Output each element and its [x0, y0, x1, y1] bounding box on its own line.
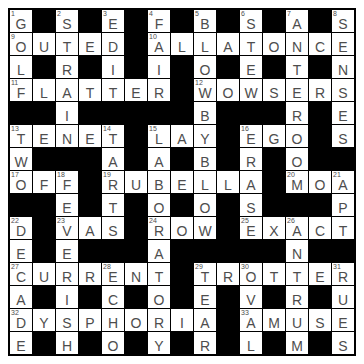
- cell-letter: U: [332, 293, 354, 307]
- cell-r14c12[interactable]: M: [286, 332, 308, 354]
- cell-r8c14[interactable]: P: [332, 194, 354, 216]
- cell-r5c11[interactable]: G: [263, 125, 285, 147]
- cell-letter: E: [102, 17, 124, 31]
- cell-letter: T: [263, 270, 285, 284]
- cell-letter: T: [286, 270, 308, 284]
- cell-letter: U: [33, 270, 55, 284]
- cell-r1c14[interactable]: E: [332, 33, 354, 55]
- cell-letter: O: [286, 132, 308, 146]
- cell-letter: B: [194, 155, 216, 169]
- cell-r5c8[interactable]: Y: [194, 125, 216, 147]
- cell-r1c7[interactable]: L: [171, 33, 193, 55]
- cell-r1c2[interactable]: T: [56, 33, 78, 55]
- cell-r11c4[interactable]: 28E: [102, 263, 124, 285]
- block-cell-r8c12: [286, 194, 308, 216]
- cell-r9c7[interactable]: O: [171, 217, 193, 239]
- cell-letter: C: [10, 270, 32, 284]
- cell-r3c5[interactable]: E: [125, 79, 147, 101]
- cell-letter: A: [10, 293, 32, 307]
- block-cell-r0c11: [263, 10, 285, 32]
- cell-r2c12[interactable]: T: [286, 56, 308, 78]
- cell-r11c0[interactable]: 27C: [10, 263, 32, 285]
- cell-letter: U: [125, 178, 147, 192]
- cell-r11c5[interactable]: N: [125, 263, 147, 285]
- cell-r9c13[interactable]: C: [309, 217, 331, 239]
- block-cell-r10c9: [217, 240, 239, 262]
- block-cell-r2c1: [33, 56, 55, 78]
- cell-letter: S: [102, 224, 124, 238]
- block-cell-r1c5: [125, 33, 147, 55]
- block-cell-r14c13: [309, 332, 331, 354]
- cell-r9c12[interactable]: 26A: [286, 217, 308, 239]
- cell-r3c8[interactable]: 12W: [194, 79, 216, 101]
- block-cell-r6c7: [171, 148, 193, 170]
- block-cell-r14c5: [125, 332, 147, 354]
- cell-letter: I: [148, 63, 170, 77]
- block-cell-r4c6: [148, 102, 170, 124]
- cell-r13c0[interactable]: 32D: [10, 309, 32, 331]
- block-cell-r4c9: [217, 102, 239, 124]
- block-cell-r14c3: [79, 332, 101, 354]
- block-cell-r2c3: [79, 56, 101, 78]
- cell-r3c4[interactable]: T: [102, 79, 124, 101]
- cell-letter: S: [56, 316, 78, 330]
- block-cell-r2c11: [263, 56, 285, 78]
- cell-letter: P: [332, 201, 354, 215]
- cell-r4c12[interactable]: R: [286, 102, 308, 124]
- cell-letter: R: [286, 293, 308, 307]
- cell-letter: S: [263, 86, 285, 100]
- block-cell-r6c14: [332, 148, 354, 170]
- cell-r11c14[interactable]: 31R: [332, 263, 354, 285]
- block-cell-r14c7: [171, 332, 193, 354]
- cell-r9c11[interactable]: X: [263, 217, 285, 239]
- block-cell-r8c1: [33, 194, 55, 216]
- cell-r13c2[interactable]: S: [56, 309, 78, 331]
- cell-letter: R: [240, 155, 262, 169]
- cell-r6c0[interactable]: W: [10, 148, 32, 170]
- block-cell-r0c13: [309, 10, 331, 32]
- cell-r5c7[interactable]: A: [171, 125, 193, 147]
- cell-letter: I: [56, 293, 78, 307]
- cell-r1c11[interactable]: O: [263, 33, 285, 55]
- cell-r0c2[interactable]: 2S: [56, 10, 78, 32]
- block-cell-r6c2: [56, 148, 78, 170]
- cell-letter: A: [148, 247, 170, 261]
- cell-letter: T: [56, 40, 78, 54]
- cell-letter: A: [240, 178, 262, 192]
- cell-letter: M: [286, 178, 308, 192]
- cell-r8c2[interactable]: E: [56, 194, 78, 216]
- cell-r4c14[interactable]: E: [332, 102, 354, 124]
- cell-letter: T: [240, 40, 262, 54]
- cell-r11c3[interactable]: R: [79, 263, 101, 285]
- cell-r3c0[interactable]: 11F: [10, 79, 32, 101]
- cell-r5c4[interactable]: 14T: [102, 125, 124, 147]
- cell-letter: E: [171, 178, 193, 192]
- cell-letter: R: [332, 270, 354, 284]
- cell-letter: G: [263, 132, 285, 146]
- cell-letter: N: [286, 40, 308, 54]
- cell-r1c6[interactable]: 10A: [148, 33, 170, 55]
- cell-r13c5[interactable]: O: [125, 309, 147, 331]
- cell-r0c12[interactable]: 7A: [286, 10, 308, 32]
- cell-r1c1[interactable]: U: [33, 33, 55, 55]
- cell-letter: E: [125, 86, 147, 100]
- cell-letter: S: [332, 86, 354, 100]
- cell-r1c4[interactable]: D: [102, 33, 124, 55]
- cell-r13c14[interactable]: E: [332, 309, 354, 331]
- cell-r13c8[interactable]: A: [194, 309, 216, 331]
- cell-r13c12[interactable]: U: [286, 309, 308, 331]
- cell-r2c10[interactable]: E: [240, 56, 262, 78]
- cell-r7c5[interactable]: U: [125, 171, 147, 193]
- cell-r10c6[interactable]: A: [148, 240, 170, 262]
- cell-letter: N: [286, 247, 308, 261]
- cell-r5c2[interactable]: N: [56, 125, 78, 147]
- cell-r7c2[interactable]: 18F: [56, 171, 78, 193]
- cell-r11c13[interactable]: E: [309, 263, 331, 285]
- cell-r8c8[interactable]: O: [194, 194, 216, 216]
- cell-r11c12[interactable]: T: [286, 263, 308, 285]
- cell-letter: E: [102, 270, 124, 284]
- block-cell-r5c5: [125, 125, 147, 147]
- cell-r6c10[interactable]: R: [240, 148, 262, 170]
- cell-letter: R: [102, 178, 124, 192]
- block-cell-r12c1: [33, 286, 55, 308]
- cell-r12c6[interactable]: O: [148, 286, 170, 308]
- cell-r6c6[interactable]: A: [148, 148, 170, 170]
- cell-letter: C: [309, 40, 331, 54]
- cell-r7c0[interactable]: 17O: [10, 171, 32, 193]
- cell-letter: R: [217, 270, 239, 284]
- cell-r0c6[interactable]: 4F: [148, 10, 170, 32]
- block-cell-r10c4: [102, 240, 124, 262]
- cell-letter: L: [194, 178, 216, 192]
- cell-letter: E: [309, 270, 331, 284]
- cell-r5c3[interactable]: E: [79, 125, 101, 147]
- cell-r1c13[interactable]: C: [309, 33, 331, 55]
- cell-r13c10[interactable]: 33A: [240, 309, 262, 331]
- cell-r0c0[interactable]: 1G: [10, 10, 32, 32]
- cell-r10c12[interactable]: N: [286, 240, 308, 262]
- cell-letter: E: [56, 247, 78, 261]
- cell-letter: I: [102, 63, 124, 77]
- cell-r3c12[interactable]: E: [286, 79, 308, 101]
- block-cell-r9c5: [125, 217, 147, 239]
- cell-r9c0[interactable]: 22D: [10, 217, 32, 239]
- cell-letter: O: [148, 293, 170, 307]
- cell-r0c10[interactable]: 6S: [240, 10, 262, 32]
- cell-r7c12[interactable]: 20M: [286, 171, 308, 193]
- cell-letter: O: [263, 40, 285, 54]
- block-cell-r6c1: [33, 148, 55, 170]
- cell-letter: O: [125, 316, 147, 330]
- cell-letter: H: [102, 316, 124, 330]
- cell-r7c8[interactable]: L: [194, 171, 216, 193]
- block-cell-r10c7: [171, 240, 193, 262]
- block-cell-r10c5: [125, 240, 147, 262]
- block-cell-r8c9: [217, 194, 239, 216]
- block-cell-r12c5: [125, 286, 147, 308]
- cell-r5c6[interactable]: 15L: [148, 125, 170, 147]
- cell-r11c11[interactable]: T: [263, 263, 285, 285]
- cell-r5c0[interactable]: 13T: [10, 125, 32, 147]
- cell-r7c13[interactable]: O: [309, 171, 331, 193]
- cell-r9c8[interactable]: W: [194, 217, 216, 239]
- cell-letter: A: [102, 155, 124, 169]
- cell-letter: T: [79, 86, 101, 100]
- cell-letter: P: [79, 316, 101, 330]
- cell-r9c3[interactable]: A: [79, 217, 101, 239]
- cell-r7c7[interactable]: E: [171, 171, 193, 193]
- cell-r12c4[interactable]: C: [102, 286, 124, 308]
- cell-letter: O: [309, 178, 331, 192]
- cell-r3c2[interactable]: A: [56, 79, 78, 101]
- cell-letter: Y: [33, 316, 55, 330]
- cell-letter: B: [194, 109, 216, 123]
- cell-letter: D: [102, 40, 124, 54]
- cell-letter: E: [10, 339, 32, 353]
- cell-r3c10[interactable]: W: [240, 79, 262, 101]
- cell-r3c13[interactable]: R: [309, 79, 331, 101]
- cell-letter: A: [148, 155, 170, 169]
- cell-letter: E: [240, 63, 262, 77]
- cell-r7c1[interactable]: F: [33, 171, 55, 193]
- cell-r14c8[interactable]: R: [194, 332, 216, 354]
- cell-letter: E: [10, 247, 32, 261]
- block-cell-r4c11: [263, 102, 285, 124]
- block-cell-r6c3: [79, 148, 101, 170]
- cell-letter: Y: [194, 132, 216, 146]
- cell-r12c0[interactable]: A: [10, 286, 32, 308]
- cell-r10c2[interactable]: E: [56, 240, 78, 262]
- cell-r13c3[interactable]: P: [79, 309, 101, 331]
- cell-r14c6[interactable]: Y: [148, 332, 170, 354]
- cell-r2c4[interactable]: I: [102, 56, 124, 78]
- cell-letter: D: [10, 224, 32, 238]
- block-cell-r8c3: [79, 194, 101, 216]
- cell-letter: U: [286, 316, 308, 330]
- cell-r13c7[interactable]: I: [171, 309, 193, 331]
- block-cell-r10c13: [309, 240, 331, 262]
- cell-r11c1[interactable]: U: [33, 263, 55, 285]
- cell-letter: O: [217, 86, 239, 100]
- cell-letter: U: [33, 40, 55, 54]
- block-cell-r11c7: [171, 263, 193, 285]
- cell-letter: S: [240, 17, 262, 31]
- cell-letter: O: [240, 270, 262, 284]
- cell-letter: R: [56, 270, 78, 284]
- cell-letter: T: [102, 132, 124, 146]
- cell-letter: L: [194, 40, 216, 54]
- cell-r14c2[interactable]: H: [56, 332, 78, 354]
- cell-letter: I: [56, 109, 78, 123]
- cell-r12c2[interactable]: I: [56, 286, 78, 308]
- cell-r13c6[interactable]: R: [148, 309, 170, 331]
- crossword-grid: 1G2S3E4F5B6S7A8S9OUTED10ALLATONCELRIIOET…: [8, 8, 356, 356]
- cell-letter: F: [56, 178, 78, 192]
- block-cell-r12c11: [263, 286, 285, 308]
- cell-r12c12[interactable]: R: [286, 286, 308, 308]
- cell-letter: A: [171, 132, 193, 146]
- cell-r11c6[interactable]: T: [148, 263, 170, 285]
- block-cell-r5c9: [217, 125, 239, 147]
- cell-letter: L: [240, 339, 262, 353]
- block-cell-r2c9: [217, 56, 239, 78]
- block-cell-r2c5: [125, 56, 147, 78]
- cell-r7c6[interactable]: B: [148, 171, 170, 193]
- block-cell-r10c3: [79, 240, 101, 262]
- cell-letter: O: [171, 224, 193, 238]
- cell-letter: N: [125, 270, 147, 284]
- cell-r11c2[interactable]: R: [56, 263, 78, 285]
- block-cell-r6c5: [125, 148, 147, 170]
- block-cell-r8c5: [125, 194, 147, 216]
- block-cell-r14c11: [263, 332, 285, 354]
- cell-r2c0[interactable]: L: [10, 56, 32, 78]
- cell-r3c3[interactable]: T: [79, 79, 101, 101]
- cell-r4c2[interactable]: I: [56, 102, 78, 124]
- cell-letter: E: [332, 40, 354, 54]
- block-cell-r13c9: [217, 309, 239, 331]
- cell-r1c12[interactable]: N: [286, 33, 308, 55]
- block-cell-r4c1: [33, 102, 55, 124]
- cell-letter: B: [148, 178, 170, 192]
- cell-r2c8[interactable]: O: [194, 56, 216, 78]
- cell-letter: F: [33, 178, 55, 192]
- cell-letter: E: [332, 316, 354, 330]
- cell-r13c4[interactable]: H: [102, 309, 124, 331]
- cell-r0c8[interactable]: 5B: [194, 10, 216, 32]
- cell-r12c14[interactable]: U: [332, 286, 354, 308]
- cell-r7c14[interactable]: 21A: [332, 171, 354, 193]
- cell-r9c4[interactable]: S: [102, 217, 124, 239]
- cell-letter: T: [332, 224, 354, 238]
- cell-r13c1[interactable]: Y: [33, 309, 55, 331]
- cell-r9c6[interactable]: 24R: [148, 217, 170, 239]
- cell-r5c12[interactable]: O: [286, 125, 308, 147]
- cell-letter: O: [10, 40, 32, 54]
- cell-r13c13[interactable]: S: [309, 309, 331, 331]
- cell-letter: G: [10, 17, 32, 31]
- block-cell-r4c0: [10, 102, 32, 124]
- cell-letter: Y: [148, 339, 170, 353]
- block-cell-r6c13: [309, 148, 331, 170]
- cell-r8c6[interactable]: O: [148, 194, 170, 216]
- block-cell-r0c1: [33, 10, 55, 32]
- cell-r14c14[interactable]: S: [332, 332, 354, 354]
- cell-letter: W: [194, 224, 216, 238]
- cell-r5c10[interactable]: 16E: [240, 125, 262, 147]
- cell-letter: S: [332, 132, 354, 146]
- cell-r11c10[interactable]: 30O: [240, 263, 262, 285]
- cell-letter: T: [148, 270, 170, 284]
- cell-letter: F: [10, 86, 32, 100]
- cell-r0c14[interactable]: 8S: [332, 10, 354, 32]
- cell-r1c8[interactable]: L: [194, 33, 216, 55]
- cell-r2c6[interactable]: I: [148, 56, 170, 78]
- cell-letter: S: [240, 201, 262, 215]
- cell-r4c8[interactable]: B: [194, 102, 216, 124]
- block-cell-r7c3: [79, 171, 101, 193]
- block-cell-r0c7: [171, 10, 193, 32]
- cell-r8c4[interactable]: T: [102, 194, 124, 216]
- cell-letter: E: [194, 293, 216, 307]
- cell-r3c1[interactable]: L: [33, 79, 55, 101]
- block-cell-r6c9: [217, 148, 239, 170]
- cell-letter: A: [79, 224, 101, 238]
- cell-letter: S: [332, 17, 354, 31]
- cell-r1c10[interactable]: T: [240, 33, 262, 55]
- cell-letter: M: [263, 316, 285, 330]
- cell-letter: V: [240, 293, 262, 307]
- cell-r12c10[interactable]: V: [240, 286, 262, 308]
- cell-r14c0[interactable]: E: [10, 332, 32, 354]
- cell-r11c9[interactable]: R: [217, 263, 239, 285]
- cell-letter: I: [171, 316, 193, 330]
- cell-r8c10[interactable]: S: [240, 194, 262, 216]
- block-cell-r4c7: [171, 102, 193, 124]
- cell-r0c4[interactable]: 3E: [102, 10, 124, 32]
- cell-letter: X: [263, 224, 285, 238]
- cell-letter: O: [194, 63, 216, 77]
- cell-r11c8[interactable]: 29T: [194, 263, 216, 285]
- cell-letter: L: [33, 86, 55, 100]
- cell-r3c6[interactable]: R: [148, 79, 170, 101]
- cell-r5c14[interactable]: S: [332, 125, 354, 147]
- cell-r13c11[interactable]: M: [263, 309, 285, 331]
- block-cell-r3c7: [171, 79, 193, 101]
- cell-r3c9[interactable]: O: [217, 79, 239, 101]
- cell-r9c2[interactable]: 23V: [56, 217, 78, 239]
- cell-r14c4[interactable]: O: [102, 332, 124, 354]
- cell-letter: T: [286, 63, 308, 77]
- cell-r5c1[interactable]: E: [33, 125, 55, 147]
- cell-letter: R: [309, 86, 331, 100]
- cell-r12c8[interactable]: E: [194, 286, 216, 308]
- cell-letter: E: [33, 132, 55, 146]
- cell-letter: R: [148, 316, 170, 330]
- cell-r9c10[interactable]: 25E: [240, 217, 262, 239]
- cell-r2c2[interactable]: R: [56, 56, 78, 78]
- block-cell-r12c13: [309, 286, 331, 308]
- cell-r7c10[interactable]: A: [240, 171, 262, 193]
- cell-letter: T: [102, 86, 124, 100]
- cell-r7c4[interactable]: 19R: [102, 171, 124, 193]
- cell-r3c14[interactable]: S: [332, 79, 354, 101]
- cell-r1c0[interactable]: 9O: [10, 33, 32, 55]
- cell-r2c14[interactable]: N: [332, 56, 354, 78]
- block-cell-r0c9: [217, 10, 239, 32]
- cell-letter: W: [240, 86, 262, 100]
- cell-r14c10[interactable]: L: [240, 332, 262, 354]
- cell-letter: S: [56, 17, 78, 31]
- block-cell-r8c7: [171, 194, 193, 216]
- cell-r6c12[interactable]: O: [286, 148, 308, 170]
- cell-r3c11[interactable]: S: [263, 79, 285, 101]
- cell-r6c4[interactable]: A: [102, 148, 124, 170]
- cell-r1c9[interactable]: A: [217, 33, 239, 55]
- block-cell-r4c10: [240, 102, 262, 124]
- cell-r9c14[interactable]: T: [332, 217, 354, 239]
- cell-r10c0[interactable]: E: [10, 240, 32, 262]
- cell-r7c9[interactable]: L: [217, 171, 239, 193]
- block-cell-r2c13: [309, 56, 331, 78]
- cell-r6c8[interactable]: B: [194, 148, 216, 170]
- cell-letter: E: [240, 224, 262, 238]
- cell-r1c3[interactable]: E: [79, 33, 101, 55]
